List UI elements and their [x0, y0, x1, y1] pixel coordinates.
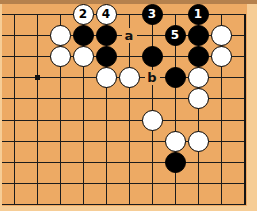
black-stone-move-3: 3: [142, 4, 163, 25]
white-stone-move-2: 2: [73, 4, 94, 25]
board-left-margin: [0, 4, 2, 211]
white-stone: [165, 131, 186, 152]
white-stone: [211, 46, 232, 67]
grid-vline-0: [14, 14, 15, 206]
black-stone: [73, 25, 94, 46]
white-stone: [50, 46, 71, 67]
point-label-b: b: [145, 70, 160, 85]
white-stone: [50, 25, 71, 46]
point-label-a: a: [122, 28, 137, 43]
black-stone: [188, 25, 209, 46]
white-stone: [73, 46, 94, 67]
black-stone: [142, 46, 163, 67]
white-stone-move-4: 4: [96, 4, 117, 25]
white-stone: [188, 131, 209, 152]
grid-vline-1: [37, 14, 38, 206]
white-stone: [211, 25, 232, 46]
board-right-margin: [247, 4, 257, 211]
white-stone: [188, 67, 209, 88]
board-top-rim: [0, 0, 257, 4]
black-stone: [165, 152, 186, 173]
board-right-edge-line: [244, 14, 246, 206]
star-point: [35, 75, 40, 80]
board-bottom-margin: [0, 206, 257, 211]
black-stone: [188, 46, 209, 67]
black-stone: [96, 46, 117, 67]
go-board[interactable]: 24315ab: [0, 0, 257, 211]
white-stone: [119, 67, 140, 88]
black-stone: [96, 25, 117, 46]
white-stone: [142, 110, 163, 131]
black-stone-move-1: 1: [188, 4, 209, 25]
black-stone: [165, 67, 186, 88]
black-stone-move-5: 5: [165, 25, 186, 46]
white-stone: [188, 88, 209, 109]
white-stone: [96, 67, 117, 88]
